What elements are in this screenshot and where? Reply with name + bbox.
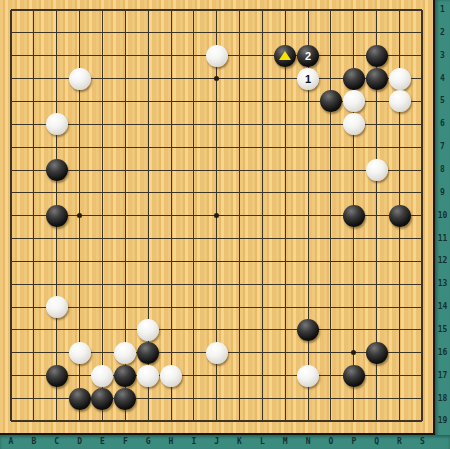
column-label-f: F [123,438,128,446]
black-stone-p10[interactable] [343,205,365,227]
white-stone-p6[interactable] [343,113,365,135]
column-label-s: S [420,438,425,446]
column-label-c: C [54,438,59,446]
white-stone-j3[interactable] [206,45,228,67]
white-stone-p5[interactable] [343,90,365,112]
white-stone-n17[interactable] [297,365,319,387]
black-stone-f17[interactable] [114,365,136,387]
black-stone-p4[interactable] [343,68,365,90]
white-stone-g17[interactable] [137,365,159,387]
row-label-2: 2 [440,29,445,37]
white-stone-h17[interactable] [160,365,182,387]
grid-line-horizontal [11,284,422,285]
star-point-j4 [214,76,219,81]
goban[interactable]: 21 [0,0,435,435]
white-stone-c14[interactable] [46,296,68,318]
black-stone-r10[interactable] [389,205,411,227]
grid-line-vertical [285,10,286,421]
black-stone-p17[interactable] [343,365,365,387]
row-label-14: 14 [438,303,448,311]
black-stone-n3[interactable]: 2 [297,45,319,67]
row-label-9: 9 [440,189,445,197]
row-label-16: 16 [438,349,448,357]
column-label-l: L [260,438,265,446]
grid-line-horizontal [11,420,422,422]
column-label-g: G [146,438,151,446]
row-labels-strip: 12345678910111213141516171819 [435,0,450,449]
row-label-17: 17 [438,372,448,380]
white-stone-r4[interactable] [389,68,411,90]
white-stone-d16[interactable] [69,342,91,364]
move-number-label: 2 [297,45,319,67]
row-label-10: 10 [438,212,448,220]
column-label-p: P [351,438,356,446]
column-label-o: O [328,438,333,446]
column-label-e: E [100,438,105,446]
white-stone-q8[interactable] [366,159,388,181]
row-label-7: 7 [440,143,445,151]
black-stone-g16[interactable] [137,342,159,364]
move-number-label: 1 [297,68,319,90]
row-label-4: 4 [440,75,445,83]
white-stone-c6[interactable] [46,113,68,135]
black-stone-c17[interactable] [46,365,68,387]
black-stone-c10[interactable] [46,205,68,227]
column-label-r: R [397,438,402,446]
row-label-19: 19 [438,417,448,425]
grid-line-horizontal [11,307,422,308]
black-stone-o5[interactable] [320,90,342,112]
column-label-j: J [214,438,219,446]
row-label-12: 12 [438,257,448,265]
black-stone-d18[interactable] [69,388,91,410]
white-stone-f16[interactable] [114,342,136,364]
triangle-marker-icon [279,51,291,60]
row-label-6: 6 [440,120,445,128]
grid-line-vertical [421,10,423,421]
column-label-k: K [237,438,242,446]
star-point-d10 [77,213,82,218]
black-stone-n15[interactable] [297,319,319,341]
row-label-18: 18 [438,395,448,403]
white-stone-j16[interactable] [206,342,228,364]
row-label-15: 15 [438,326,448,334]
black-stone-q3[interactable] [366,45,388,67]
row-label-5: 5 [440,97,445,105]
black-stone-f18[interactable] [114,388,136,410]
row-label-8: 8 [440,166,445,174]
white-stone-e17[interactable] [91,365,113,387]
column-label-d: D [77,438,82,446]
column-label-q: Q [374,438,379,446]
go-app-window: 21 12345678910111213141516171819 ABCDEFG… [0,0,450,449]
star-point-p16 [351,350,356,355]
grid-line-horizontal [11,261,422,262]
white-stone-r5[interactable] [389,90,411,112]
grid-line-vertical [262,10,263,421]
black-stone-m3[interactable] [274,45,296,67]
star-point-j10 [214,213,219,218]
row-label-13: 13 [438,280,448,288]
grid-line-horizontal [11,238,422,239]
row-label-3: 3 [440,52,445,60]
grid-line-vertical [239,10,240,421]
grid-line-horizontal [11,329,422,330]
column-label-b: B [31,438,36,446]
white-stone-n4[interactable]: 1 [297,68,319,90]
grid-line-vertical [330,10,331,421]
column-label-n: N [306,438,311,446]
column-label-i: I [191,438,196,446]
column-label-a: A [9,438,14,446]
black-stone-q4[interactable] [366,68,388,90]
column-labels-strip: ABCDEFGHIJKLMNOPQRS [0,435,450,449]
black-stone-q16[interactable] [366,342,388,364]
white-stone-d4[interactable] [69,68,91,90]
black-stone-e18[interactable] [91,388,113,410]
column-label-h: H [169,438,174,446]
column-label-m: M [283,438,288,446]
row-label-11: 11 [438,235,448,243]
row-label-1: 1 [440,6,445,14]
white-stone-g15[interactable] [137,319,159,341]
black-stone-c8[interactable] [46,159,68,181]
